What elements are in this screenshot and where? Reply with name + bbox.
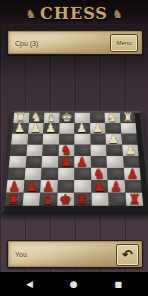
square-h6[interactable] <box>7 168 25 180</box>
square-h8[interactable]: ♜ <box>5 193 23 206</box>
square-g5[interactable] <box>25 156 42 168</box>
square-d3[interactable] <box>74 134 90 145</box>
square-f6[interactable] <box>41 168 58 180</box>
piece-wP: ♟ <box>77 121 88 133</box>
square-c5[interactable] <box>90 156 107 168</box>
player-bar: You ↶ <box>7 240 143 268</box>
square-b6[interactable] <box>107 168 124 180</box>
square-b8[interactable] <box>108 193 126 206</box>
piece-bP: ♟ <box>9 179 21 193</box>
square-g6[interactable] <box>24 168 41 180</box>
piece-wP: ♟ <box>30 121 41 133</box>
opponent-label: Cpu (3) <box>15 39 38 46</box>
nav-back-icon[interactable]: ◀ <box>26 279 33 289</box>
piece-bN: ♞ <box>93 167 105 180</box>
square-h7[interactable]: ♟ <box>6 180 24 193</box>
square-g2[interactable]: ♟ <box>28 123 44 134</box>
piece-bK: ♚ <box>59 192 71 206</box>
piece-wR: ♜ <box>122 111 133 123</box>
player-label: You <box>15 251 27 258</box>
square-d1[interactable] <box>74 113 89 123</box>
square-e2[interactable] <box>59 123 75 134</box>
square-a2[interactable] <box>120 123 136 134</box>
square-f2[interactable]: ♟ <box>43 123 59 134</box>
square-d4[interactable] <box>74 145 90 156</box>
square-e4[interactable]: ♞ <box>58 145 74 156</box>
square-d8[interactable]: ♛ <box>74 193 91 206</box>
piece-bP: ♟ <box>110 179 122 193</box>
square-f5[interactable] <box>41 156 58 168</box>
phone-screen: ♞ CHESS ♞ Cpu (3) Menu ♜♞♝♚♞♜♟♟♟♟♟♟♞♟♟♟♞… <box>0 0 148 296</box>
piece-bP: ♟ <box>26 179 38 193</box>
opponent-bar: Cpu (3) Menu <box>7 30 143 55</box>
square-g7[interactable]: ♟ <box>23 180 41 193</box>
square-a3[interactable] <box>121 134 138 145</box>
piece-bB: ♝ <box>42 192 54 206</box>
piece-bP: ♟ <box>60 155 72 168</box>
square-a1[interactable]: ♜ <box>120 113 136 123</box>
square-c7[interactable]: ♟ <box>91 180 108 193</box>
square-b7[interactable]: ♟ <box>107 180 125 193</box>
square-f8[interactable]: ♝ <box>39 193 57 206</box>
title-bar: ♞ CHESS ♞ <box>0 0 148 27</box>
square-g1[interactable]: ♞ <box>29 113 45 123</box>
square-b3[interactable]: ♟ <box>105 134 121 145</box>
square-e6[interactable] <box>57 168 74 180</box>
piece-wP: ♟ <box>14 121 25 133</box>
menu-button[interactable]: Menu <box>110 34 138 52</box>
square-c2[interactable]: ♟ <box>90 123 106 134</box>
square-f7[interactable]: ♟ <box>40 180 57 193</box>
piece-wP: ♟ <box>108 132 119 145</box>
piece-wP: ♟ <box>45 121 56 133</box>
android-nav-bar: ◀ ● ■ <box>0 272 148 296</box>
square-e1[interactable]: ♚ <box>59 113 74 123</box>
square-a4[interactable]: ♟ <box>122 145 139 156</box>
square-a7[interactable] <box>124 180 142 193</box>
piece-wN: ♞ <box>31 111 42 123</box>
square-h1[interactable]: ♜ <box>13 113 29 123</box>
square-e5[interactable]: ♟ <box>58 156 74 168</box>
piece-bP: ♟ <box>93 179 105 193</box>
piece-bN: ♞ <box>60 143 72 156</box>
square-g3[interactable] <box>27 134 43 145</box>
square-b5[interactable] <box>106 156 123 168</box>
piece-wP: ♟ <box>125 143 137 156</box>
square-e8[interactable]: ♚ <box>57 193 74 206</box>
square-f1[interactable]: ♝ <box>44 113 60 123</box>
square-e3[interactable] <box>58 134 74 145</box>
square-h2[interactable]: ♟ <box>12 123 28 134</box>
piece-wK: ♚ <box>61 111 72 123</box>
piece-wP: ♟ <box>92 121 103 133</box>
piece-bQ: ♛ <box>76 192 88 206</box>
square-g8[interactable] <box>22 193 40 206</box>
square-h5[interactable] <box>9 156 26 168</box>
square-g4[interactable] <box>26 145 43 156</box>
square-h3[interactable] <box>11 134 28 145</box>
square-f4[interactable] <box>42 145 58 156</box>
square-c3[interactable] <box>90 134 106 145</box>
piece-bR: ♜ <box>128 192 140 206</box>
square-d2[interactable]: ♟ <box>74 123 90 134</box>
chess-board-frame: ♜♞♝♚♞♜♟♟♟♟♟♟♞♟♟♟♞♟♟♟♟♟♟♜♝♚♛♜ <box>1 111 148 214</box>
square-b2[interactable] <box>105 123 121 134</box>
piece-wR: ♜ <box>15 111 26 123</box>
piece-bR: ♜ <box>7 192 19 206</box>
square-c4[interactable] <box>90 145 106 156</box>
square-b4[interactable] <box>106 145 123 156</box>
undo-button[interactable]: ↶ <box>116 244 139 266</box>
knight-icon: ♞ <box>25 7 36 21</box>
app-title: CHESS <box>40 4 108 23</box>
square-a8[interactable]: ♜ <box>125 193 143 206</box>
chess-board[interactable]: ♜♞♝♚♞♜♟♟♟♟♟♟♞♟♟♟♞♟♟♟♟♟♟♜♝♚♛♜ <box>5 113 143 206</box>
square-d5[interactable]: ♟ <box>74 156 90 168</box>
square-a6[interactable]: ♟ <box>123 168 141 180</box>
square-d7[interactable] <box>74 180 91 193</box>
piece-bP: ♟ <box>126 167 138 180</box>
piece-bP: ♟ <box>77 155 89 168</box>
undo-arrow-icon: ↶ <box>122 248 133 261</box>
piece-bP: ♟ <box>43 179 55 193</box>
nav-recents-icon[interactable]: ■ <box>114 280 122 289</box>
square-h4[interactable] <box>10 145 27 156</box>
square-c8[interactable] <box>91 193 109 206</box>
square-a5[interactable] <box>123 156 140 168</box>
square-f3[interactable] <box>43 134 59 145</box>
square-c6[interactable]: ♞ <box>91 168 108 180</box>
piece-wN: ♞ <box>107 111 118 123</box>
square-e7[interactable] <box>57 180 74 193</box>
piece-wB: ♝ <box>46 111 57 123</box>
nav-home-icon[interactable]: ● <box>70 279 78 289</box>
knight-icon: ♞ <box>112 7 123 21</box>
square-c1[interactable] <box>89 113 104 123</box>
square-d6[interactable] <box>74 168 91 180</box>
square-b1[interactable]: ♞ <box>104 113 120 123</box>
